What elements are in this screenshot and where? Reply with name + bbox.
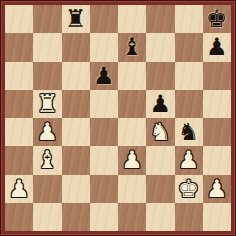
square-c1[interactable]: [62, 203, 90, 231]
square-b7[interactable]: [33, 33, 61, 61]
black-pawn: ♟: [206, 33, 228, 61]
square-c8[interactable]: ♜: [62, 5, 90, 33]
square-f3[interactable]: [146, 146, 174, 174]
square-h5[interactable]: [203, 90, 231, 118]
square-c4[interactable]: [62, 118, 90, 146]
square-b2[interactable]: [33, 175, 61, 203]
square-g1[interactable]: [175, 203, 203, 231]
square-d2[interactable]: [90, 175, 118, 203]
square-b5[interactable]: ♜: [33, 90, 61, 118]
square-c2[interactable]: [62, 175, 90, 203]
square-h4[interactable]: [203, 118, 231, 146]
black-pawn: ♟: [93, 62, 115, 90]
white-pawn: ♟: [8, 175, 30, 203]
black-bishop: ♝: [121, 33, 143, 61]
square-f1[interactable]: [146, 203, 174, 231]
square-h3[interactable]: [203, 146, 231, 174]
square-a1[interactable]: [5, 203, 33, 231]
white-king: ♚: [178, 175, 200, 203]
square-e1[interactable]: [118, 203, 146, 231]
square-d8[interactable]: [90, 5, 118, 33]
square-b8[interactable]: [33, 5, 61, 33]
square-c6[interactable]: [62, 62, 90, 90]
square-g5[interactable]: [175, 90, 203, 118]
square-f7[interactable]: [146, 33, 174, 61]
square-b4[interactable]: ♟: [33, 118, 61, 146]
white-pawn: ♟: [121, 146, 143, 174]
square-b6[interactable]: [33, 62, 61, 90]
square-c5[interactable]: [62, 90, 90, 118]
square-f6[interactable]: [146, 62, 174, 90]
square-e8[interactable]: [118, 5, 146, 33]
square-b1[interactable]: [33, 203, 61, 231]
square-a3[interactable]: [5, 146, 33, 174]
chess-board: ♜♚♝♟♟♜♟♟♞♞♝♟♟♟♚♟: [5, 5, 231, 231]
square-g8[interactable]: [175, 5, 203, 33]
square-d6[interactable]: ♟: [90, 62, 118, 90]
square-h2[interactable]: ♟: [203, 175, 231, 203]
square-a2[interactable]: ♟: [5, 175, 33, 203]
square-a8[interactable]: [5, 5, 33, 33]
square-f2[interactable]: [146, 175, 174, 203]
square-h7[interactable]: ♟: [203, 33, 231, 61]
white-rook: ♜: [37, 90, 59, 118]
square-f8[interactable]: [146, 5, 174, 33]
black-king: ♚: [206, 5, 228, 33]
square-d1[interactable]: [90, 203, 118, 231]
black-rook: ♜: [65, 5, 87, 33]
square-b3[interactable]: ♝: [33, 146, 61, 174]
black-knight: ♞: [178, 118, 200, 146]
square-g6[interactable]: [175, 62, 203, 90]
square-d3[interactable]: [90, 146, 118, 174]
square-g4[interactable]: ♞: [175, 118, 203, 146]
square-g3[interactable]: ♟: [175, 146, 203, 174]
square-d5[interactable]: [90, 90, 118, 118]
square-e4[interactable]: [118, 118, 146, 146]
white-pawn: ♟: [206, 175, 228, 203]
square-a5[interactable]: [5, 90, 33, 118]
white-knight: ♞: [150, 118, 172, 146]
square-h1[interactable]: [203, 203, 231, 231]
square-a6[interactable]: [5, 62, 33, 90]
square-e3[interactable]: ♟: [118, 146, 146, 174]
white-pawn: ♟: [178, 146, 200, 174]
square-a4[interactable]: [5, 118, 33, 146]
square-g7[interactable]: [175, 33, 203, 61]
square-f4[interactable]: ♞: [146, 118, 174, 146]
square-c3[interactable]: [62, 146, 90, 174]
white-bishop: ♝: [37, 146, 59, 174]
square-h6[interactable]: [203, 62, 231, 90]
square-e5[interactable]: [118, 90, 146, 118]
square-e6[interactable]: [118, 62, 146, 90]
black-pawn: ♟: [150, 90, 172, 118]
square-c7[interactable]: [62, 33, 90, 61]
square-e7[interactable]: ♝: [118, 33, 146, 61]
square-h8[interactable]: ♚: [203, 5, 231, 33]
square-e2[interactable]: [118, 175, 146, 203]
square-g2[interactable]: ♚: [175, 175, 203, 203]
white-pawn: ♟: [37, 118, 59, 146]
square-d7[interactable]: [90, 33, 118, 61]
square-d4[interactable]: [90, 118, 118, 146]
chess-board-frame: ♜♚♝♟♟♜♟♟♞♞♝♟♟♟♚♟: [0, 0, 236, 236]
square-f5[interactable]: ♟: [146, 90, 174, 118]
square-a7[interactable]: [5, 33, 33, 61]
